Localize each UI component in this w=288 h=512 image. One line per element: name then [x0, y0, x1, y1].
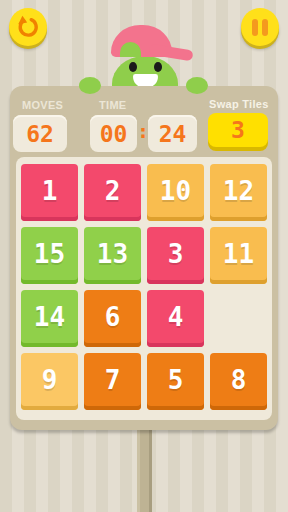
restart-button[interactable] [9, 8, 47, 46]
mascot-left-eye [129, 62, 137, 72]
tile-grid: 121012151331114649758 [21, 164, 267, 410]
time-minutes: 00 [90, 115, 137, 152]
tile-14[interactable]: 14 [21, 290, 78, 347]
tile-5[interactable]: 5 [147, 353, 204, 410]
time-label: TIME [99, 99, 126, 111]
pause-button[interactable] [241, 8, 279, 46]
pause-icon [252, 19, 268, 36]
moves-label: MOVES [22, 99, 63, 111]
mascot-right-eye [154, 62, 162, 72]
tile-11[interactable]: 11 [210, 227, 267, 284]
time-seconds: 24 [148, 115, 197, 152]
swap-tiles-button[interactable]: 3 [208, 113, 268, 147]
swap-tiles-label: Swap Tiles [209, 98, 269, 110]
tile-15[interactable]: 15 [21, 227, 78, 284]
puzzle-board: MOVES 62 TIME 00 : 24 Swap Tiles 3 12101… [10, 86, 278, 430]
swap-tiles-count: 3 [231, 117, 245, 143]
tile-7[interactable]: 7 [84, 353, 141, 410]
tile-8[interactable]: 8 [210, 353, 267, 410]
tile-10[interactable]: 10 [147, 164, 204, 221]
tile-12[interactable]: 12 [210, 164, 267, 221]
restart-icon [16, 15, 40, 39]
mascot-cap-patch [120, 42, 141, 57]
tile-13[interactable]: 13 [84, 227, 141, 284]
tile-4[interactable]: 4 [147, 290, 204, 347]
tile-9[interactable]: 9 [21, 353, 78, 410]
tile-3[interactable]: 3 [147, 227, 204, 284]
tile-1[interactable]: 1 [21, 164, 78, 221]
sign-pole [137, 424, 152, 512]
empty-cell [210, 290, 267, 347]
tile-6[interactable]: 6 [84, 290, 141, 347]
mascot-left-hand [79, 77, 101, 94]
time-colon: : [137, 119, 148, 143]
tile-panel: 121012151331114649758 [16, 157, 272, 420]
moves-counter: 62 [13, 115, 67, 152]
mascot-right-hand [186, 77, 208, 94]
tile-2[interactable]: 2 [84, 164, 141, 221]
game-screen: MOVES 62 TIME 00 : 24 Swap Tiles 3 12101… [0, 0, 288, 512]
